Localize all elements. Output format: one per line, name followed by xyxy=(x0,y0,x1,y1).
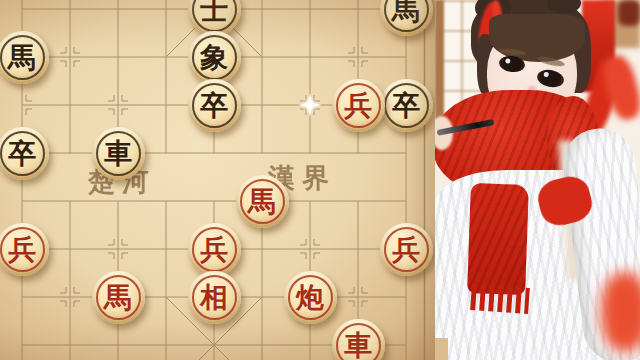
piece-character: 相 xyxy=(200,283,228,312)
black-horse-piece[interactable]: 馬 xyxy=(0,31,49,84)
piece-character: 兵 xyxy=(392,235,420,264)
eye-glint xyxy=(543,72,549,78)
red-cannon-piece[interactable]: 炮 xyxy=(284,271,337,324)
black-horse-piece[interactable]: 馬 xyxy=(380,0,433,36)
black-pawn-piece[interactable]: 卒 xyxy=(0,127,49,180)
xiangqi-board[interactable]: 楚河 漢界 士馬馬象卒卒卒車兵馬兵兵兵馬相炮車 xyxy=(0,0,435,360)
app-window: 楚河 漢界 士馬馬象卒卒卒車兵馬兵兵兵馬相炮車 xyxy=(0,0,640,360)
piece-character: 兵 xyxy=(344,91,372,120)
piece-character: 卒 xyxy=(8,139,36,168)
piece-character: 卒 xyxy=(392,91,420,120)
piece-character: 車 xyxy=(104,139,132,168)
red-blur xyxy=(601,272,640,352)
eye-glint xyxy=(505,58,511,64)
red-elephant-piece[interactable]: 相 xyxy=(188,271,241,324)
piece-layer: 士馬馬象卒卒卒車兵馬兵兵兵馬相炮車 xyxy=(0,0,430,360)
black-pawn-piece[interactable]: 卒 xyxy=(380,79,433,132)
black-chariot-piece[interactable]: 車 xyxy=(92,127,145,180)
piece-character: 卒 xyxy=(200,91,228,120)
scarf-fringe xyxy=(470,284,530,314)
red-pawn-piece[interactable]: 兵 xyxy=(332,79,385,132)
knit-texture xyxy=(467,183,529,295)
piece-character: 象 xyxy=(200,43,228,72)
black-elephant-piece[interactable]: 象 xyxy=(188,31,241,84)
piece-character: 馬 xyxy=(248,187,276,216)
piece-character: 炮 xyxy=(296,283,324,312)
board-edge-sliver xyxy=(435,338,448,360)
red-horse-piece[interactable]: 馬 xyxy=(92,271,145,324)
red-pawn-piece[interactable]: 兵 xyxy=(188,223,241,276)
wood-frame xyxy=(435,0,444,120)
scarf-tail xyxy=(467,183,529,295)
piece-character: 車 xyxy=(344,331,372,360)
piece-character: 兵 xyxy=(200,235,228,264)
piece-character: 馬 xyxy=(392,0,420,24)
black-pawn-piece[interactable]: 卒 xyxy=(188,79,241,132)
piece-character: 士 xyxy=(200,0,228,24)
piece-character: 兵 xyxy=(8,235,36,264)
red-pawn-piece[interactable]: 兵 xyxy=(0,223,49,276)
piece-character: 馬 xyxy=(104,283,132,312)
portrait-photo xyxy=(435,0,640,360)
red-pawn-piece[interactable]: 兵 xyxy=(380,223,433,276)
red-chariot-piece[interactable]: 車 xyxy=(332,319,385,360)
red-horse-piece[interactable]: 馬 xyxy=(236,175,289,228)
hair-bangs xyxy=(489,14,585,62)
piece-character: 馬 xyxy=(8,43,36,72)
wall-corner-dark xyxy=(618,0,640,26)
